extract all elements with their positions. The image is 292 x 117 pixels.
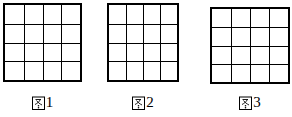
grid-cell	[5, 43, 24, 62]
grid-cell	[61, 43, 80, 62]
grid-cell	[212, 27, 231, 45]
grid-cell	[212, 9, 231, 27]
figure-panel: 1 2 3	[0, 0, 292, 117]
grid-cell	[143, 5, 160, 24]
grid-cell	[24, 5, 43, 24]
figure-2: 2	[107, 3, 179, 110]
grid-cell	[231, 64, 250, 82]
figure-3: 3	[210, 7, 290, 110]
grid-cell	[126, 43, 143, 62]
grid-cell	[43, 5, 62, 24]
grid-cell	[250, 9, 269, 27]
grid-cell	[5, 61, 24, 80]
grid-figure-2	[107, 3, 179, 82]
grid-cell	[109, 43, 126, 62]
grid-cell	[269, 9, 288, 27]
grid-cell	[24, 24, 43, 43]
grid-cell	[160, 24, 177, 43]
grid-cell	[43, 61, 62, 80]
grid-cell	[231, 9, 250, 27]
grid-cell	[126, 5, 143, 24]
figure-number: 1	[46, 95, 54, 110]
chinese-character-tu-icon	[239, 96, 252, 110]
grid-cell	[43, 24, 62, 43]
figure-1: 1	[3, 3, 82, 110]
grid-cell	[109, 61, 126, 80]
figure-2-caption: 2	[132, 95, 154, 110]
grid-cell	[231, 46, 250, 64]
grid-cell	[61, 5, 80, 24]
grid-cell	[212, 64, 231, 82]
grid-cell	[269, 46, 288, 64]
grid-cell	[126, 61, 143, 80]
grid-cell	[143, 43, 160, 62]
grid-cell	[143, 24, 160, 43]
grid-cell	[126, 24, 143, 43]
chinese-character-tu-icon	[132, 96, 145, 110]
grid-cell	[160, 43, 177, 62]
grid-cell	[250, 27, 269, 45]
grid-cell	[61, 61, 80, 80]
figure-number: 2	[146, 95, 154, 110]
grid-cell	[109, 5, 126, 24]
figure-3-caption: 3	[239, 95, 261, 110]
grid-cell	[5, 24, 24, 43]
figure-1-caption: 1	[32, 95, 54, 110]
grid-cell	[143, 61, 160, 80]
grid-cell	[269, 64, 288, 82]
grid-cell	[61, 24, 80, 43]
grid-cell	[250, 46, 269, 64]
grid-cell	[250, 64, 269, 82]
grid-cell	[269, 27, 288, 45]
chinese-character-tu-icon	[32, 96, 45, 110]
grid-cell	[5, 5, 24, 24]
figure-number: 3	[253, 95, 261, 110]
grid-cell	[160, 5, 177, 24]
grid-cell	[43, 43, 62, 62]
grid-cell	[24, 43, 43, 62]
grid-cell	[212, 46, 231, 64]
grid-figure-3	[210, 7, 290, 84]
grid-cell	[160, 61, 177, 80]
grid-cell	[231, 27, 250, 45]
grid-cell	[24, 61, 43, 80]
grid-figure-1	[3, 3, 82, 82]
grid-cell	[109, 24, 126, 43]
